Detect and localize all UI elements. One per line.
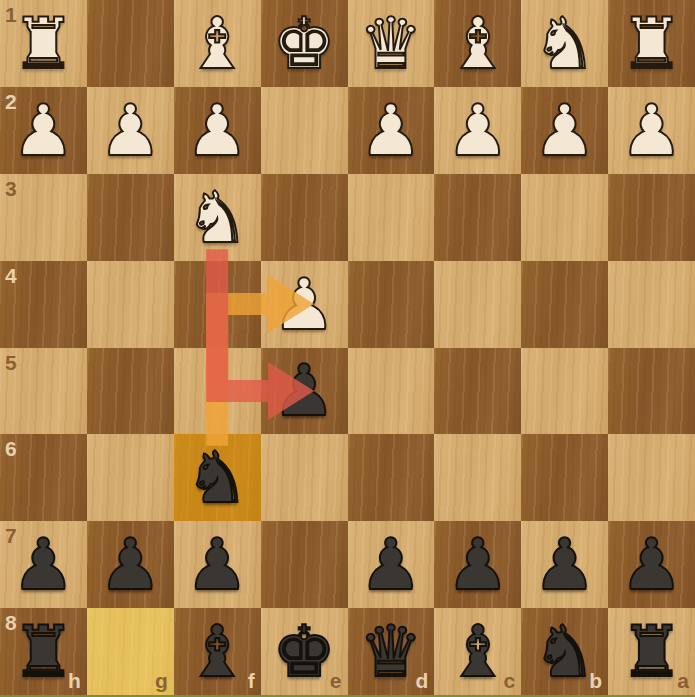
rank-label-5: 5 — [5, 351, 17, 375]
square-d5[interactable] — [348, 348, 435, 435]
square-c6[interactable] — [434, 434, 521, 521]
square-h8[interactable]: 8h♜ — [0, 608, 87, 695]
black-pawn-c7-piece[interactable]: ♟ — [434, 521, 521, 608]
white-king-e1-piece[interactable]: ♚ — [261, 0, 348, 87]
square-g1[interactable] — [87, 0, 174, 87]
square-f6[interactable]: ♞ — [174, 434, 261, 521]
white-pawn-c2-piece[interactable]: ♟ — [434, 87, 521, 174]
square-d4[interactable] — [348, 261, 435, 348]
square-a5[interactable] — [608, 348, 695, 435]
square-f1[interactable]: ♝ — [174, 0, 261, 87]
square-c5[interactable] — [434, 348, 521, 435]
chess-board: 1♜♝♚♛♝♞♜2♟♟♟♟♟♟♟3♞4♟5♟6♞7♟♟♟♟♟♟♟8h♜gf♝e♚… — [0, 0, 695, 695]
square-g3[interactable] — [87, 174, 174, 261]
square-f3[interactable]: ♞ — [174, 174, 261, 261]
black-knight-b8-piece[interactable]: ♞ — [521, 608, 608, 695]
black-pawn-f7-piece[interactable]: ♟ — [174, 521, 261, 608]
white-bishop-f1-piece[interactable]: ♝ — [174, 0, 261, 87]
white-pawn-h2-piece[interactable]: ♟ — [0, 87, 87, 174]
square-a8[interactable]: a♜ — [608, 608, 695, 695]
square-b1[interactable]: ♞ — [521, 0, 608, 87]
black-queen-d8-piece[interactable]: ♛ — [348, 608, 435, 695]
black-pawn-a7-piece[interactable]: ♟ — [608, 521, 695, 608]
square-c1[interactable]: ♝ — [434, 0, 521, 87]
square-e4[interactable]: ♟ — [261, 261, 348, 348]
white-pawn-f2-piece[interactable]: ♟ — [174, 87, 261, 174]
square-d6[interactable] — [348, 434, 435, 521]
white-pawn-e4-piece[interactable]: ♟ — [261, 261, 348, 348]
square-g8[interactable]: g — [87, 608, 174, 695]
square-b4[interactable] — [521, 261, 608, 348]
square-a3[interactable] — [608, 174, 695, 261]
rank-label-4: 4 — [5, 264, 17, 288]
square-h7[interactable]: 7♟ — [0, 521, 87, 608]
rank-label-3: 3 — [5, 177, 17, 201]
square-e3[interactable] — [261, 174, 348, 261]
square-d1[interactable]: ♛ — [348, 0, 435, 87]
black-rook-h8-piece[interactable]: ♜ — [0, 608, 87, 695]
white-pawn-g2-piece[interactable]: ♟ — [87, 87, 174, 174]
square-c8[interactable]: c♝ — [434, 608, 521, 695]
square-f8[interactable]: f♝ — [174, 608, 261, 695]
square-h5[interactable]: 5 — [0, 348, 87, 435]
square-c4[interactable] — [434, 261, 521, 348]
square-b3[interactable] — [521, 174, 608, 261]
square-a7[interactable]: ♟ — [608, 521, 695, 608]
square-e2[interactable] — [261, 87, 348, 174]
square-f4[interactable] — [174, 261, 261, 348]
square-a6[interactable] — [608, 434, 695, 521]
white-pawn-a2-piece[interactable]: ♟ — [608, 87, 695, 174]
square-f2[interactable]: ♟ — [174, 87, 261, 174]
square-d8[interactable]: d♛ — [348, 608, 435, 695]
square-d3[interactable] — [348, 174, 435, 261]
square-b2[interactable]: ♟ — [521, 87, 608, 174]
square-c7[interactable]: ♟ — [434, 521, 521, 608]
square-f5[interactable] — [174, 348, 261, 435]
square-b6[interactable] — [521, 434, 608, 521]
square-a4[interactable] — [608, 261, 695, 348]
square-f7[interactable]: ♟ — [174, 521, 261, 608]
black-knight-f6-piece[interactable]: ♞ — [174, 434, 261, 521]
black-pawn-b7-piece[interactable]: ♟ — [521, 521, 608, 608]
square-e7[interactable] — [261, 521, 348, 608]
black-rook-a8-piece[interactable]: ♜ — [608, 608, 695, 695]
square-g6[interactable] — [87, 434, 174, 521]
white-rook-a1-piece[interactable]: ♜ — [608, 0, 695, 87]
square-b7[interactable]: ♟ — [521, 521, 608, 608]
white-pawn-b2-piece[interactable]: ♟ — [521, 87, 608, 174]
file-label-g: g — [155, 669, 168, 693]
last-move-highlight-g8 — [87, 608, 174, 695]
square-h1[interactable]: 1♜ — [0, 0, 87, 87]
square-b5[interactable] — [521, 348, 608, 435]
square-h4[interactable]: 4 — [0, 261, 87, 348]
square-e1[interactable]: ♚ — [261, 0, 348, 87]
white-knight-f3-piece[interactable]: ♞ — [174, 174, 261, 261]
white-pawn-d2-piece[interactable]: ♟ — [348, 87, 435, 174]
square-h2[interactable]: 2♟ — [0, 87, 87, 174]
square-g2[interactable]: ♟ — [87, 87, 174, 174]
square-d7[interactable]: ♟ — [348, 521, 435, 608]
square-e5[interactable]: ♟ — [261, 348, 348, 435]
square-g7[interactable]: ♟ — [87, 521, 174, 608]
square-g5[interactable] — [87, 348, 174, 435]
square-c2[interactable]: ♟ — [434, 87, 521, 174]
black-pawn-d7-piece[interactable]: ♟ — [348, 521, 435, 608]
square-c3[interactable] — [434, 174, 521, 261]
chess-app-screenshot: 1♜♝♚♛♝♞♜2♟♟♟♟♟♟♟3♞4♟5♟6♞7♟♟♟♟♟♟♟8h♜gf♝e♚… — [0, 0, 695, 697]
square-b8[interactable]: b♞ — [521, 608, 608, 695]
black-king-e8-piece[interactable]: ♚ — [261, 608, 348, 695]
black-bishop-c8-piece[interactable]: ♝ — [434, 608, 521, 695]
black-pawn-e5-piece[interactable]: ♟ — [261, 348, 348, 435]
square-g4[interactable] — [87, 261, 174, 348]
white-bishop-c1-piece[interactable]: ♝ — [434, 0, 521, 87]
square-h3[interactable]: 3 — [0, 174, 87, 261]
square-e8[interactable]: e♚ — [261, 608, 348, 695]
square-d2[interactable]: ♟ — [348, 87, 435, 174]
square-a1[interactable]: ♜ — [608, 0, 695, 87]
square-e6[interactable] — [261, 434, 348, 521]
black-pawn-h7-piece[interactable]: ♟ — [0, 521, 87, 608]
black-bishop-f8-piece[interactable]: ♝ — [174, 608, 261, 695]
rank-label-6: 6 — [5, 437, 17, 461]
black-pawn-g7-piece[interactable]: ♟ — [87, 521, 174, 608]
white-rook-h1-piece[interactable]: ♜ — [0, 0, 87, 87]
white-queen-d1-piece[interactable]: ♛ — [348, 0, 435, 87]
white-knight-b1-piece[interactable]: ♞ — [521, 0, 608, 87]
square-a2[interactable]: ♟ — [608, 87, 695, 174]
square-h6[interactable]: 6 — [0, 434, 87, 521]
